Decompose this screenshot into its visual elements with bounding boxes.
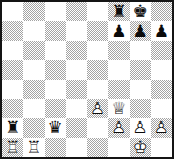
square-a6[interactable] (2, 41, 23, 60)
square-h7[interactable]: ♟ (151, 21, 172, 40)
square-b2[interactable] (23, 118, 44, 137)
square-h4[interactable] (151, 80, 172, 99)
square-c3[interactable] (45, 99, 66, 118)
square-e3[interactable]: ♟♙ (87, 99, 108, 118)
square-e8[interactable] (87, 2, 108, 21)
piece-glyph: ♙ (130, 118, 151, 137)
piece-glyph: ♖ (23, 138, 44, 157)
square-c6[interactable] (45, 41, 66, 60)
square-a7[interactable] (2, 21, 23, 40)
square-e5[interactable] (87, 60, 108, 79)
square-f4[interactable] (108, 80, 129, 99)
square-f2[interactable]: ♟♙ (108, 118, 129, 137)
square-h6[interactable] (151, 41, 172, 60)
square-c4[interactable] (45, 80, 66, 99)
square-a2[interactable]: ♜ (2, 118, 23, 137)
piece-glyph: ♙ (108, 118, 129, 137)
piece-glyph: ♙ (87, 99, 108, 118)
square-a3[interactable] (2, 99, 23, 118)
square-b1[interactable]: ♜♖ (23, 138, 44, 157)
square-h5[interactable] (151, 60, 172, 79)
square-b7[interactable] (23, 21, 44, 40)
square-g5[interactable] (130, 60, 151, 79)
square-g8[interactable]: ♚ (130, 2, 151, 21)
square-g4[interactable] (130, 80, 151, 99)
square-e4[interactable] (87, 80, 108, 99)
square-g6[interactable] (130, 41, 151, 60)
white-pawn: ♟♙ (87, 99, 108, 118)
square-b6[interactable] (23, 41, 44, 60)
square-e7[interactable] (87, 21, 108, 40)
square-c1[interactable] (45, 138, 66, 157)
square-d1[interactable] (66, 138, 87, 157)
square-e6[interactable] (87, 41, 108, 60)
square-f5[interactable] (108, 60, 129, 79)
white-rook: ♜♖ (23, 138, 44, 157)
square-e1[interactable] (87, 138, 108, 157)
square-h3[interactable] (151, 99, 172, 118)
square-c7[interactable] (45, 21, 66, 40)
square-e2[interactable] (87, 118, 108, 137)
square-b4[interactable] (23, 80, 44, 99)
white-pawn: ♟♙ (130, 118, 151, 137)
square-a5[interactable] (2, 60, 23, 79)
square-d8[interactable] (66, 2, 87, 21)
white-rook: ♜♖ (2, 138, 23, 157)
square-d4[interactable] (66, 80, 87, 99)
square-g3[interactable] (130, 99, 151, 118)
white-king: ♚♔ (130, 138, 151, 157)
square-b5[interactable] (23, 60, 44, 79)
square-d7[interactable] (66, 21, 87, 40)
square-h8[interactable] (151, 2, 172, 21)
square-d3[interactable] (66, 99, 87, 118)
chess-board-frame: ♜♚♟♟♟♟♙♛♕♜♛♟♙♟♙♟♙♜♖♜♖♚♔ (0, 0, 174, 159)
piece-glyph: ♔ (130, 138, 151, 157)
piece-glyph: ♙ (151, 118, 172, 137)
square-c2[interactable]: ♛ (45, 118, 66, 137)
chess-board: ♜♚♟♟♟♟♙♛♕♜♛♟♙♟♙♟♙♜♖♜♖♚♔ (2, 2, 172, 157)
square-b3[interactable] (23, 99, 44, 118)
black-rook: ♜ (108, 2, 129, 21)
square-a8[interactable] (2, 2, 23, 21)
black-rook: ♜ (2, 118, 23, 137)
square-c5[interactable] (45, 60, 66, 79)
white-queen: ♛♕ (108, 99, 129, 118)
square-d5[interactable] (66, 60, 87, 79)
square-h2[interactable]: ♟♙ (151, 118, 172, 137)
square-d2[interactable] (66, 118, 87, 137)
white-pawn: ♟♙ (151, 118, 172, 137)
square-f6[interactable] (108, 41, 129, 60)
square-g7[interactable]: ♟ (130, 21, 151, 40)
square-a1[interactable]: ♜♖ (2, 138, 23, 157)
black-queen: ♛ (45, 118, 66, 137)
square-g2[interactable]: ♟♙ (130, 118, 151, 137)
black-pawn: ♟ (108, 21, 129, 40)
square-d6[interactable] (66, 41, 87, 60)
square-a4[interactable] (2, 80, 23, 99)
square-g1[interactable]: ♚♔ (130, 138, 151, 157)
square-f3[interactable]: ♛♕ (108, 99, 129, 118)
square-h1[interactable] (151, 138, 172, 157)
piece-glyph: ♖ (2, 138, 23, 157)
square-f7[interactable]: ♟ (108, 21, 129, 40)
square-f1[interactable] (108, 138, 129, 157)
black-pawn: ♟ (151, 21, 172, 40)
white-pawn: ♟♙ (108, 118, 129, 137)
square-c8[interactable] (45, 2, 66, 21)
square-f8[interactable]: ♜ (108, 2, 129, 21)
black-pawn: ♟ (130, 21, 151, 40)
square-b8[interactable] (23, 2, 44, 21)
black-king: ♚ (130, 2, 151, 21)
piece-glyph: ♕ (108, 99, 129, 118)
